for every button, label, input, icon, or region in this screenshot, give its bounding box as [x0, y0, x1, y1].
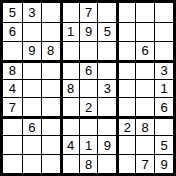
cell-r7c7[interactable]: 2 — [116, 116, 135, 135]
cell-r1c6[interactable] — [97, 3, 116, 22]
cell-r5c6[interactable]: 3 — [97, 79, 116, 98]
cell-r5c4[interactable]: 8 — [60, 79, 79, 98]
cell-r1c7[interactable] — [116, 3, 135, 22]
cell-r9c1[interactable] — [3, 154, 22, 173]
cell-r2c9[interactable] — [154, 22, 173, 41]
cell-r4c1[interactable]: 8 — [3, 60, 22, 79]
cell-r1c5[interactable]: 7 — [79, 3, 98, 22]
cell-r8c1[interactable] — [3, 135, 22, 154]
cell-r2c7[interactable] — [116, 22, 135, 41]
cell-r4c9[interactable]: 3 — [154, 60, 173, 79]
cell-r5c5[interactable] — [79, 79, 98, 98]
cell-r5c3[interactable] — [41, 79, 60, 98]
cell-r2c6[interactable]: 5 — [97, 22, 116, 41]
cell-r7c1[interactable] — [3, 116, 22, 135]
cell-r4c6[interactable] — [97, 60, 116, 79]
cell-r8c3[interactable] — [41, 135, 60, 154]
cell-r9c5[interactable]: 8 — [79, 154, 98, 173]
cell-r4c7[interactable] — [116, 60, 135, 79]
cell-r6c4[interactable] — [60, 97, 79, 116]
cell-r1c2[interactable]: 3 — [22, 3, 41, 22]
cell-r1c1[interactable]: 5 — [3, 3, 22, 22]
cell-r7c4[interactable] — [60, 116, 79, 135]
cell-r6c6[interactable] — [97, 97, 116, 116]
cell-r1c4[interactable] — [60, 3, 79, 22]
cell-r4c4[interactable] — [60, 60, 79, 79]
cell-r2c2[interactable] — [22, 22, 41, 41]
cell-r9c8[interactable]: 7 — [135, 154, 154, 173]
cell-r6c8[interactable] — [135, 97, 154, 116]
cell-r8c9[interactable]: 5 — [154, 135, 173, 154]
cell-r3c2[interactable]: 9 — [22, 41, 41, 60]
cell-r8c2[interactable] — [22, 135, 41, 154]
cell-r6c5[interactable]: 2 — [79, 97, 98, 116]
cell-r7c5[interactable] — [79, 116, 98, 135]
cell-r9c4[interactable] — [60, 154, 79, 173]
sudoku-board: 537619598686348317266284195879 — [0, 0, 176, 176]
cell-r5c7[interactable] — [116, 79, 135, 98]
cell-r2c8[interactable] — [135, 22, 154, 41]
cell-r3c3[interactable]: 8 — [41, 41, 60, 60]
cell-r5c9[interactable]: 1 — [154, 79, 173, 98]
cell-r3c7[interactable] — [116, 41, 135, 60]
cell-r9c6[interactable] — [97, 154, 116, 173]
cell-r2c1[interactable]: 6 — [3, 22, 22, 41]
cell-r3c6[interactable] — [97, 41, 116, 60]
cell-r2c3[interactable] — [41, 22, 60, 41]
cell-r2c5[interactable]: 9 — [79, 22, 98, 41]
cell-r4c2[interactable] — [22, 60, 41, 79]
cell-r7c2[interactable]: 6 — [22, 116, 41, 135]
cell-r6c2[interactable] — [22, 97, 41, 116]
cell-r7c9[interactable] — [154, 116, 173, 135]
cell-r8c6[interactable]: 9 — [97, 135, 116, 154]
cell-r3c5[interactable] — [79, 41, 98, 60]
cell-r7c3[interactable] — [41, 116, 60, 135]
cell-r5c2[interactable] — [22, 79, 41, 98]
cell-r6c7[interactable] — [116, 97, 135, 116]
cell-r1c9[interactable] — [154, 3, 173, 22]
cell-r5c8[interactable] — [135, 79, 154, 98]
cell-r1c8[interactable] — [135, 3, 154, 22]
cell-r1c3[interactable] — [41, 3, 60, 22]
cell-r8c7[interactable] — [116, 135, 135, 154]
cell-r4c3[interactable] — [41, 60, 60, 79]
cell-r8c8[interactable] — [135, 135, 154, 154]
cell-r6c9[interactable]: 6 — [154, 97, 173, 116]
cell-r3c8[interactable]: 6 — [135, 41, 154, 60]
cell-r8c5[interactable]: 1 — [79, 135, 98, 154]
cell-r9c7[interactable] — [116, 154, 135, 173]
cell-r2c4[interactable]: 1 — [60, 22, 79, 41]
cell-r8c4[interactable]: 4 — [60, 135, 79, 154]
cell-r5c1[interactable]: 4 — [3, 79, 22, 98]
cell-r4c8[interactable] — [135, 60, 154, 79]
cell-r6c3[interactable] — [41, 97, 60, 116]
cell-r9c2[interactable] — [22, 154, 41, 173]
cell-r3c9[interactable] — [154, 41, 173, 60]
cell-r9c9[interactable]: 9 — [154, 154, 173, 173]
cell-r3c4[interactable] — [60, 41, 79, 60]
cell-r6c1[interactable]: 7 — [3, 97, 22, 116]
cell-r4c5[interactable]: 6 — [79, 60, 98, 79]
cell-r7c8[interactable]: 8 — [135, 116, 154, 135]
cell-r7c6[interactable] — [97, 116, 116, 135]
cell-r9c3[interactable] — [41, 154, 60, 173]
cell-r3c1[interactable] — [3, 41, 22, 60]
